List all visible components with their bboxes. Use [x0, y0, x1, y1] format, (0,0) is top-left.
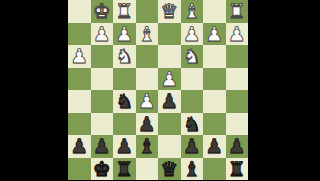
square-c6[interactable]: ♞: [181, 113, 204, 136]
piece-black-pawn[interactable]: ♟: [183, 135, 201, 158]
square-c8[interactable]: ♝: [181, 158, 204, 181]
piece-black-pawn[interactable]: ♟: [70, 135, 88, 158]
square-d2[interactable]: [158, 23, 181, 46]
piece-white-pawn[interactable]: ♟: [138, 90, 156, 113]
square-g8[interactable]: ♚: [91, 158, 114, 181]
square-h7[interactable]: ♟: [68, 135, 91, 158]
square-b7[interactable]: ♟: [203, 135, 226, 158]
square-b2[interactable]: ♟: [203, 23, 226, 46]
square-b6[interactable]: [203, 113, 226, 136]
square-h1[interactable]: [68, 0, 91, 23]
square-e7[interactable]: ♝: [136, 135, 159, 158]
square-g2[interactable]: ♟: [91, 23, 114, 46]
piece-black-bishop[interactable]: ♝: [183, 158, 201, 181]
chess-app: ♚♜♛♝♜♟♟♝♟♟♟♟♞♞♟♞♟♟♟♞♟♟♟♝♟♟♟♚♜♛♝♜: [0, 0, 320, 180]
piece-black-bishop[interactable]: ♝: [138, 135, 156, 158]
piece-white-bishop[interactable]: ♝: [183, 0, 201, 23]
square-f4[interactable]: [113, 68, 136, 91]
letterbox-left: [0, 0, 68, 180]
square-f1[interactable]: ♜: [113, 0, 136, 23]
square-g5[interactable]: [91, 90, 114, 113]
square-a2[interactable]: ♟: [226, 23, 249, 46]
square-d7[interactable]: [158, 135, 181, 158]
letterbox-right: [248, 0, 320, 180]
piece-white-bishop[interactable]: ♝: [138, 23, 156, 46]
square-d3[interactable]: [158, 45, 181, 68]
square-b5[interactable]: [203, 90, 226, 113]
piece-black-knight[interactable]: ♞: [115, 90, 133, 113]
square-a6[interactable]: [226, 113, 249, 136]
piece-white-rook[interactable]: ♜: [228, 0, 246, 23]
square-a4[interactable]: [226, 68, 249, 91]
square-b8[interactable]: [203, 158, 226, 181]
square-h6[interactable]: [68, 113, 91, 136]
square-e1[interactable]: [136, 0, 159, 23]
piece-black-pawn[interactable]: ♟: [160, 90, 178, 113]
piece-black-queen[interactable]: ♛: [160, 158, 178, 181]
square-g4[interactable]: [91, 68, 114, 91]
square-a8[interactable]: ♜: [226, 158, 249, 181]
square-f2[interactable]: ♟: [113, 23, 136, 46]
square-c7[interactable]: ♟: [181, 135, 204, 158]
square-a7[interactable]: ♟: [226, 135, 249, 158]
square-e2[interactable]: ♝: [136, 23, 159, 46]
square-h4[interactable]: [68, 68, 91, 91]
square-a5[interactable]: [226, 90, 249, 113]
square-g6[interactable]: [91, 113, 114, 136]
piece-white-pawn[interactable]: ♟: [183, 23, 201, 46]
piece-black-king[interactable]: ♚: [93, 158, 111, 181]
square-e8[interactable]: [136, 158, 159, 181]
piece-white-pawn[interactable]: ♟: [160, 68, 178, 91]
piece-black-knight[interactable]: ♞: [183, 113, 201, 136]
square-h3[interactable]: ♟: [68, 45, 91, 68]
square-d8[interactable]: ♛: [158, 158, 181, 181]
square-d4[interactable]: ♟: [158, 68, 181, 91]
square-c5[interactable]: [181, 90, 204, 113]
square-h8[interactable]: [68, 158, 91, 181]
square-e5[interactable]: ♟: [136, 90, 159, 113]
piece-white-pawn[interactable]: ♟: [93, 23, 111, 46]
piece-white-pawn[interactable]: ♟: [205, 23, 223, 46]
square-e4[interactable]: [136, 68, 159, 91]
square-h2[interactable]: [68, 23, 91, 46]
piece-white-knight[interactable]: ♞: [183, 45, 201, 68]
piece-white-rook[interactable]: ♜: [115, 0, 133, 23]
piece-white-queen[interactable]: ♛: [160, 0, 178, 23]
square-g3[interactable]: [91, 45, 114, 68]
square-g1[interactable]: ♚: [91, 0, 114, 23]
square-h5[interactable]: [68, 90, 91, 113]
piece-white-king[interactable]: ♚: [93, 0, 111, 23]
square-e6[interactable]: ♟: [136, 113, 159, 136]
square-f5[interactable]: ♞: [113, 90, 136, 113]
square-d6[interactable]: [158, 113, 181, 136]
piece-white-pawn[interactable]: ♟: [228, 23, 246, 46]
square-f7[interactable]: ♟: [113, 135, 136, 158]
square-c3[interactable]: ♞: [181, 45, 204, 68]
piece-white-pawn[interactable]: ♟: [115, 23, 133, 46]
square-d5[interactable]: ♟: [158, 90, 181, 113]
square-g7[interactable]: ♟: [91, 135, 114, 158]
square-c2[interactable]: ♟: [181, 23, 204, 46]
piece-black-pawn[interactable]: ♟: [205, 135, 223, 158]
piece-black-pawn[interactable]: ♟: [115, 135, 133, 158]
square-e3[interactable]: [136, 45, 159, 68]
piece-black-pawn[interactable]: ♟: [93, 135, 111, 158]
square-f8[interactable]: ♜: [113, 158, 136, 181]
square-f6[interactable]: [113, 113, 136, 136]
piece-white-knight[interactable]: ♞: [115, 45, 133, 68]
piece-black-rook[interactable]: ♜: [115, 158, 133, 181]
square-a3[interactable]: [226, 45, 249, 68]
square-d1[interactable]: ♛: [158, 0, 181, 23]
piece-black-rook[interactable]: ♜: [228, 158, 246, 181]
piece-white-pawn[interactable]: ♟: [70, 45, 88, 68]
square-c1[interactable]: ♝: [181, 0, 204, 23]
square-b4[interactable]: [203, 68, 226, 91]
square-f3[interactable]: ♞: [113, 45, 136, 68]
square-b1[interactable]: [203, 0, 226, 23]
chess-board: ♚♜♛♝♜♟♟♝♟♟♟♟♞♞♟♞♟♟♟♞♟♟♟♝♟♟♟♚♜♛♝♜: [68, 0, 248, 180]
square-c4[interactable]: [181, 68, 204, 91]
piece-black-pawn[interactable]: ♟: [138, 113, 156, 136]
square-b3[interactable]: [203, 45, 226, 68]
piece-black-pawn[interactable]: ♟: [228, 135, 246, 158]
square-a1[interactable]: ♜: [226, 0, 249, 23]
